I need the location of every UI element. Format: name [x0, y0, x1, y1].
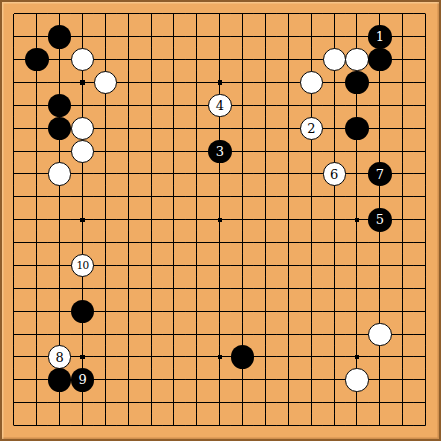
intersection	[369, 231, 392, 254]
move-5-black-stone-R10: 5	[368, 208, 391, 231]
intersection	[186, 323, 209, 346]
intersection	[300, 3, 323, 26]
intersection	[140, 369, 163, 392]
intersection	[25, 300, 48, 323]
intersection	[414, 277, 437, 300]
intersection	[231, 140, 254, 163]
intersection	[277, 346, 300, 369]
intersection	[94, 323, 117, 346]
intersection	[300, 140, 323, 163]
intersection	[117, 346, 140, 369]
intersection	[369, 414, 392, 437]
intersection	[369, 117, 392, 140]
intersection	[3, 369, 26, 392]
intersection	[94, 25, 117, 48]
intersection	[277, 3, 300, 26]
intersection	[71, 323, 94, 346]
intersection	[25, 231, 48, 254]
intersection	[414, 346, 437, 369]
intersection	[369, 277, 392, 300]
intersection	[277, 300, 300, 323]
intersection	[140, 277, 163, 300]
intersection	[3, 346, 26, 369]
intersection	[391, 277, 414, 300]
intersection	[346, 254, 369, 277]
intersection	[48, 323, 71, 346]
intersection	[254, 369, 277, 392]
intersection	[391, 48, 414, 71]
move-8-white-stone-C4: 8	[48, 345, 71, 368]
intersection	[323, 391, 346, 414]
intersection	[208, 163, 231, 186]
intersection	[346, 323, 369, 346]
intersection	[117, 254, 140, 277]
intersection	[369, 300, 392, 323]
intersection	[254, 254, 277, 277]
intersection	[369, 140, 392, 163]
white-stone-D13	[71, 140, 94, 163]
intersection	[163, 414, 186, 437]
intersection	[163, 300, 186, 323]
intersection	[48, 254, 71, 277]
intersection	[323, 277, 346, 300]
intersection	[163, 186, 186, 209]
intersection	[3, 163, 26, 186]
intersection	[277, 323, 300, 346]
intersection	[163, 48, 186, 71]
black-stone-L4	[231, 345, 254, 368]
star-point-intersection	[71, 208, 94, 231]
intersection	[208, 300, 231, 323]
intersection	[346, 140, 369, 163]
intersection	[3, 48, 26, 71]
intersection	[391, 163, 414, 186]
intersection	[48, 231, 71, 254]
move-6-white-stone-O12: 6	[323, 162, 346, 185]
intersection	[414, 117, 437, 140]
intersection	[48, 48, 71, 71]
intersection	[48, 71, 71, 94]
intersection	[71, 391, 94, 414]
intersection	[231, 323, 254, 346]
black-stone-B17	[25, 48, 48, 71]
intersection	[94, 277, 117, 300]
move-9-black-stone-D3: 9	[71, 368, 94, 391]
intersection	[94, 94, 117, 117]
intersection	[140, 117, 163, 140]
intersection	[163, 71, 186, 94]
intersection	[140, 208, 163, 231]
intersection	[231, 369, 254, 392]
intersection	[231, 117, 254, 140]
intersection	[277, 369, 300, 392]
intersection	[414, 140, 437, 163]
intersection	[117, 117, 140, 140]
intersection	[277, 414, 300, 437]
intersection	[3, 186, 26, 209]
intersection	[208, 186, 231, 209]
intersection	[323, 117, 346, 140]
intersection	[369, 254, 392, 277]
intersection	[186, 208, 209, 231]
star-point-intersection	[346, 346, 369, 369]
white-stone-R5	[368, 323, 391, 346]
intersection	[277, 277, 300, 300]
intersection	[391, 391, 414, 414]
intersection	[254, 117, 277, 140]
intersection	[254, 208, 277, 231]
intersection	[277, 163, 300, 186]
intersection	[414, 300, 437, 323]
intersection	[163, 254, 186, 277]
intersection	[186, 140, 209, 163]
intersection	[71, 94, 94, 117]
intersection	[3, 3, 26, 26]
intersection	[94, 414, 117, 437]
intersection	[25, 163, 48, 186]
intersection	[391, 300, 414, 323]
intersection	[163, 323, 186, 346]
intersection	[3, 94, 26, 117]
white-stone-C12	[48, 162, 71, 185]
intersection	[414, 414, 437, 437]
intersection	[25, 186, 48, 209]
move-1-black-stone-R18: 1	[368, 25, 391, 48]
intersection	[140, 231, 163, 254]
intersection	[414, 163, 437, 186]
intersection	[186, 3, 209, 26]
intersection	[391, 254, 414, 277]
star-point-intersection	[208, 71, 231, 94]
intersection	[140, 140, 163, 163]
intersection	[140, 163, 163, 186]
intersection	[163, 369, 186, 392]
intersection	[391, 94, 414, 117]
intersection	[300, 94, 323, 117]
intersection	[254, 346, 277, 369]
intersection	[391, 346, 414, 369]
move-4-white-stone-K15: 4	[208, 94, 231, 117]
intersection	[71, 25, 94, 48]
intersection	[391, 231, 414, 254]
intersection	[231, 300, 254, 323]
intersection	[25, 25, 48, 48]
intersection	[3, 71, 26, 94]
intersection	[186, 346, 209, 369]
star-point-intersection	[208, 346, 231, 369]
intersection	[71, 3, 94, 26]
intersection	[117, 231, 140, 254]
intersection	[3, 231, 26, 254]
intersection	[117, 323, 140, 346]
intersection	[277, 140, 300, 163]
intersection	[208, 48, 231, 71]
intersection	[163, 391, 186, 414]
intersection	[369, 346, 392, 369]
intersection	[25, 254, 48, 277]
intersection	[323, 94, 346, 117]
intersection	[94, 300, 117, 323]
intersection	[163, 94, 186, 117]
intersection	[323, 369, 346, 392]
intersection	[163, 231, 186, 254]
intersection	[300, 25, 323, 48]
intersection	[25, 414, 48, 437]
intersection	[346, 300, 369, 323]
intersection	[300, 346, 323, 369]
intersection	[117, 391, 140, 414]
intersection	[414, 71, 437, 94]
intersection	[117, 3, 140, 26]
intersection	[277, 117, 300, 140]
intersection	[346, 163, 369, 186]
intersection	[71, 231, 94, 254]
intersection	[163, 25, 186, 48]
intersection	[369, 186, 392, 209]
intersection	[277, 208, 300, 231]
intersection	[140, 346, 163, 369]
intersection	[186, 254, 209, 277]
intersection	[117, 208, 140, 231]
intersection	[300, 391, 323, 414]
intersection	[323, 346, 346, 369]
intersection	[414, 231, 437, 254]
intersection	[369, 71, 392, 94]
intersection	[94, 48, 117, 71]
intersection	[25, 71, 48, 94]
intersection	[186, 391, 209, 414]
intersection	[140, 414, 163, 437]
intersection	[94, 117, 117, 140]
intersection	[25, 323, 48, 346]
intersection	[48, 140, 71, 163]
intersection	[323, 254, 346, 277]
intersection	[369, 3, 392, 26]
intersection	[3, 300, 26, 323]
intersection	[3, 414, 26, 437]
intersection	[208, 231, 231, 254]
intersection	[414, 94, 437, 117]
intersection	[323, 25, 346, 48]
intersection	[186, 186, 209, 209]
intersection	[3, 208, 26, 231]
intersection	[231, 3, 254, 26]
intersection	[346, 231, 369, 254]
intersection	[140, 3, 163, 26]
intersection	[254, 25, 277, 48]
intersection	[140, 48, 163, 71]
intersection	[3, 323, 26, 346]
intersection	[346, 94, 369, 117]
intersection	[231, 163, 254, 186]
intersection	[140, 254, 163, 277]
intersection	[391, 414, 414, 437]
intersection	[117, 277, 140, 300]
intersection	[71, 414, 94, 437]
intersection	[254, 71, 277, 94]
intersection	[300, 323, 323, 346]
intersection	[117, 186, 140, 209]
intersection	[254, 140, 277, 163]
intersection	[186, 300, 209, 323]
intersection	[277, 48, 300, 71]
intersection	[323, 186, 346, 209]
intersection	[163, 208, 186, 231]
intersection	[25, 3, 48, 26]
intersection	[300, 48, 323, 71]
intersection	[140, 94, 163, 117]
intersection	[94, 391, 117, 414]
intersection	[391, 71, 414, 94]
intersection	[346, 391, 369, 414]
intersection	[208, 369, 231, 392]
intersection	[323, 140, 346, 163]
intersection	[186, 25, 209, 48]
white-stone-P17	[345, 48, 368, 71]
move-7-black-stone-R12: 7	[368, 162, 391, 185]
intersection	[414, 186, 437, 209]
intersection	[140, 186, 163, 209]
intersection	[186, 277, 209, 300]
intersection	[300, 254, 323, 277]
black-stone-Q16	[345, 71, 368, 94]
intersection	[186, 414, 209, 437]
intersection	[3, 117, 26, 140]
intersection	[414, 25, 437, 48]
intersection	[391, 3, 414, 26]
intersection	[300, 186, 323, 209]
star-point-intersection	[71, 71, 94, 94]
intersection	[208, 254, 231, 277]
intersection	[254, 414, 277, 437]
intersection	[414, 48, 437, 71]
intersection	[369, 369, 392, 392]
intersection	[117, 94, 140, 117]
intersection	[414, 391, 437, 414]
intersection	[254, 3, 277, 26]
star-point-intersection	[208, 208, 231, 231]
move-3-black-stone-K13: 3	[208, 140, 231, 163]
intersection	[369, 391, 392, 414]
intersection	[94, 3, 117, 26]
intersection	[300, 277, 323, 300]
intersection	[94, 369, 117, 392]
intersection	[231, 186, 254, 209]
intersection	[117, 414, 140, 437]
intersection	[25, 391, 48, 414]
go-board: 12436751089	[0, 0, 441, 441]
intersection	[208, 3, 231, 26]
intersection	[48, 414, 71, 437]
intersection	[414, 323, 437, 346]
intersection	[186, 117, 209, 140]
intersection	[94, 163, 117, 186]
intersection	[254, 323, 277, 346]
intersection	[25, 277, 48, 300]
white-stone-Q3	[345, 368, 368, 391]
intersection	[186, 163, 209, 186]
intersection	[346, 277, 369, 300]
black-stone-C18	[48, 25, 71, 48]
intersection	[140, 25, 163, 48]
black-stone-C3	[48, 368, 71, 391]
intersection	[71, 277, 94, 300]
intersection	[208, 391, 231, 414]
intersection	[231, 208, 254, 231]
intersection	[3, 254, 26, 277]
intersection	[323, 208, 346, 231]
intersection	[163, 140, 186, 163]
intersection	[140, 300, 163, 323]
intersection	[254, 277, 277, 300]
intersection	[277, 186, 300, 209]
intersection	[231, 391, 254, 414]
intersection	[186, 231, 209, 254]
intersection	[300, 231, 323, 254]
intersection	[117, 48, 140, 71]
intersection	[231, 25, 254, 48]
intersection	[414, 254, 437, 277]
intersection	[208, 277, 231, 300]
intersection	[254, 391, 277, 414]
intersection	[117, 140, 140, 163]
intersection	[71, 163, 94, 186]
intersection	[414, 208, 437, 231]
intersection	[186, 71, 209, 94]
intersection	[117, 71, 140, 94]
intersection	[186, 369, 209, 392]
intersection	[346, 3, 369, 26]
intersection	[208, 323, 231, 346]
intersection	[231, 414, 254, 437]
intersection	[254, 94, 277, 117]
intersection	[277, 391, 300, 414]
intersection	[300, 208, 323, 231]
intersection	[346, 414, 369, 437]
intersection	[254, 231, 277, 254]
intersection	[25, 140, 48, 163]
go-board-grid: 12436751089	[3, 3, 438, 438]
intersection	[117, 25, 140, 48]
intersection	[163, 117, 186, 140]
move-2-white-stone-N14: 2	[300, 117, 323, 140]
intersection	[231, 71, 254, 94]
intersection	[254, 186, 277, 209]
star-point-intersection	[71, 346, 94, 369]
intersection	[346, 186, 369, 209]
intersection	[391, 117, 414, 140]
intersection	[3, 277, 26, 300]
intersection	[277, 254, 300, 277]
intersection	[140, 323, 163, 346]
intersection	[323, 3, 346, 26]
intersection	[25, 346, 48, 369]
intersection	[391, 25, 414, 48]
intersection	[163, 346, 186, 369]
intersection	[414, 369, 437, 392]
intersection	[391, 369, 414, 392]
intersection	[94, 254, 117, 277]
intersection	[300, 369, 323, 392]
intersection	[3, 25, 26, 48]
intersection	[254, 300, 277, 323]
intersection	[323, 231, 346, 254]
intersection	[25, 117, 48, 140]
intersection	[48, 277, 71, 300]
intersection	[277, 25, 300, 48]
intersection	[277, 71, 300, 94]
intersection	[346, 25, 369, 48]
